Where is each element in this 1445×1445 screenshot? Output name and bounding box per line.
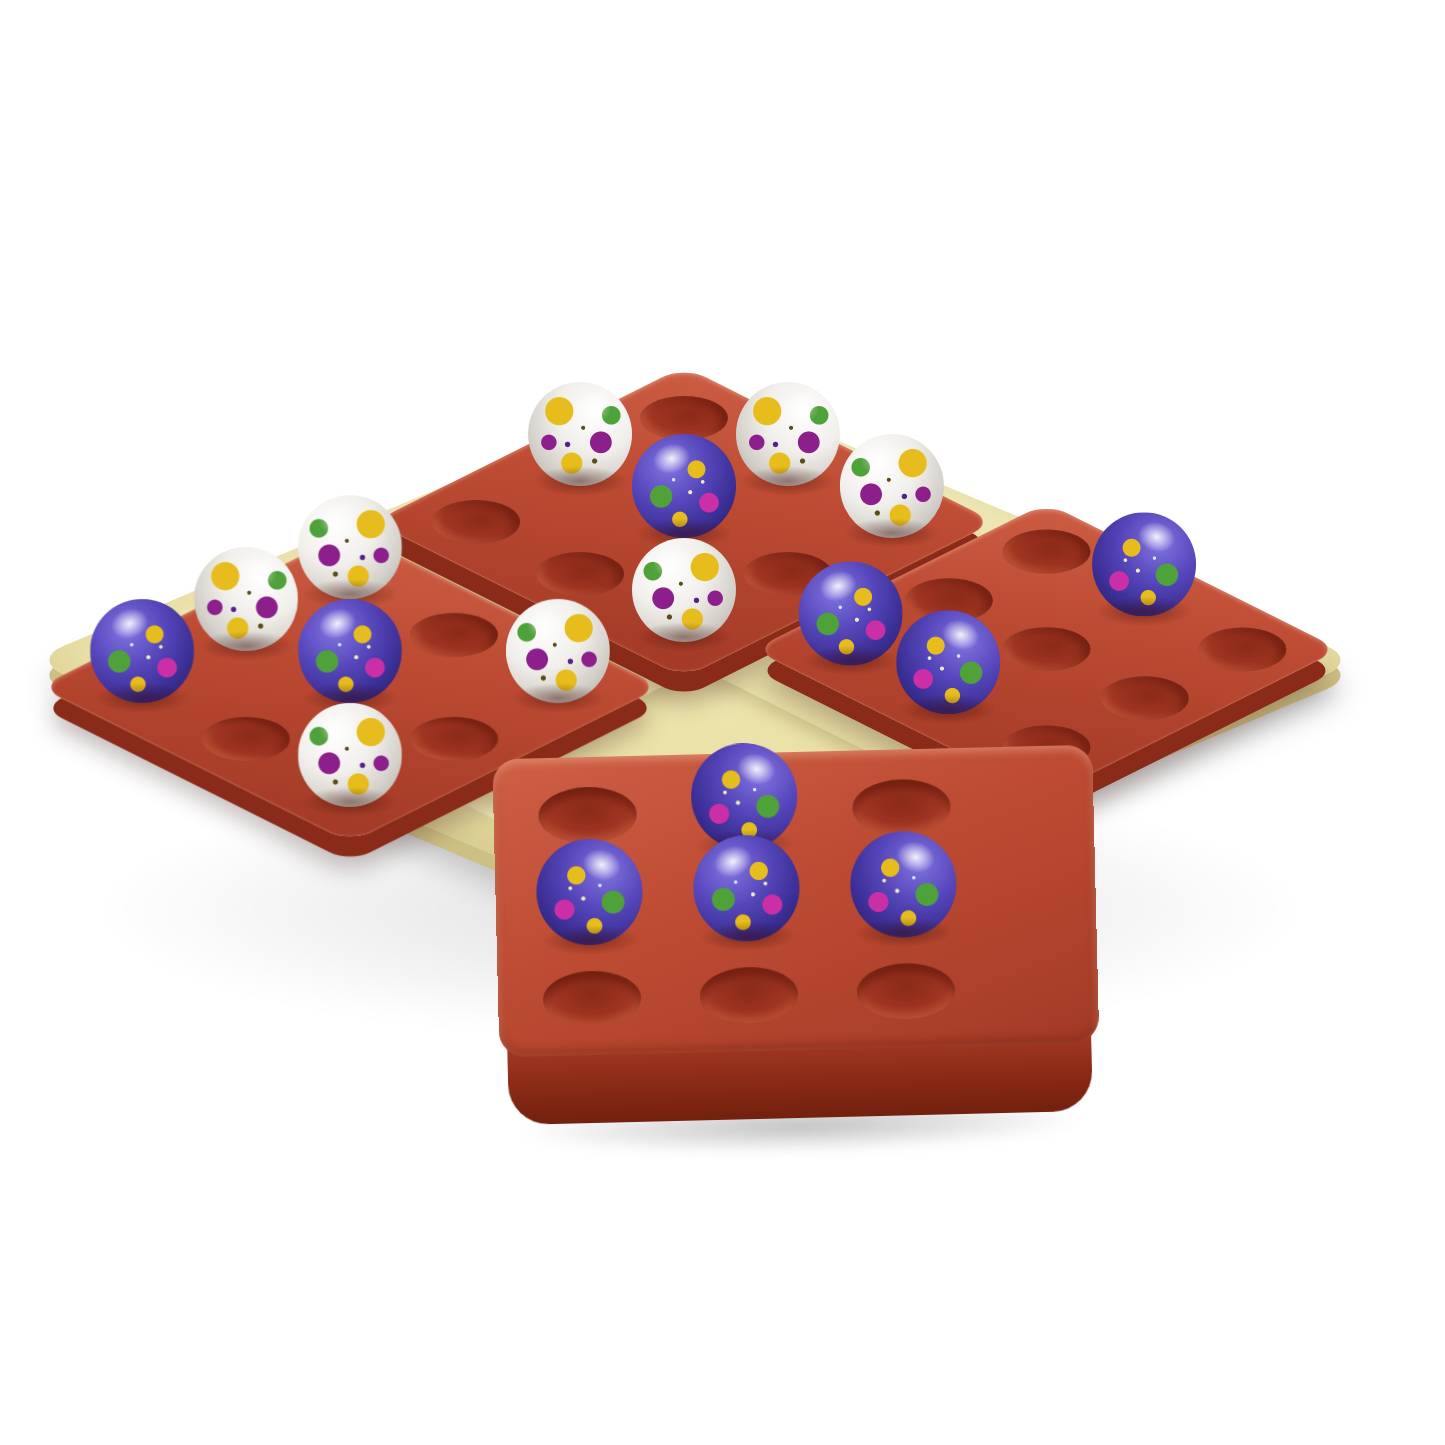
marble-purple[interactable]	[298, 599, 402, 703]
dimple-empty[interactable]	[851, 778, 950, 836]
marble-white[interactable]	[298, 495, 402, 599]
marble-white[interactable]	[298, 703, 402, 807]
dimple-empty[interactable]	[984, 618, 1108, 680]
marble-purple[interactable]	[692, 834, 801, 943]
dimple-empty[interactable]	[1082, 667, 1206, 729]
marble-purple[interactable]	[799, 561, 903, 665]
marble-white[interactable]	[505, 599, 609, 703]
marble-white[interactable]	[839, 434, 943, 538]
front-quadrant-grid	[508, 760, 985, 1047]
dimple-empty[interactable]	[543, 970, 642, 1028]
dimple-empty[interactable]	[699, 966, 798, 1024]
marble-purple[interactable]	[849, 830, 958, 939]
cell-front_detached-r2c1	[670, 947, 829, 1043]
pentago-board-photo	[0, 0, 1445, 1445]
cell-front_detached-r1c1	[667, 855, 826, 951]
quadrant-front-detached[interactable]	[492, 745, 1102, 1160]
cell-front_detached-r2c0	[513, 951, 672, 1047]
marble-white[interactable]	[736, 382, 840, 486]
marble-purple[interactable]	[897, 610, 1001, 714]
dimple-empty[interactable]	[184, 708, 308, 770]
marble-white[interactable]	[632, 538, 736, 642]
dimple-empty[interactable]	[1180, 618, 1304, 680]
dimple-empty[interactable]	[856, 962, 955, 1020]
quadrant-right-wrap	[839, 546, 1254, 754]
dimple-empty[interactable]	[391, 604, 515, 666]
dimple-empty[interactable]	[414, 491, 538, 553]
marble-purple[interactable]	[632, 434, 736, 538]
marble-purple[interactable]	[91, 599, 195, 703]
marble-white[interactable]	[528, 382, 632, 486]
dimple-empty[interactable]	[984, 521, 1108, 583]
dimple-empty[interactable]	[538, 786, 637, 844]
marble-white[interactable]	[194, 547, 298, 651]
cell-front_detached-r2c2	[826, 943, 985, 1039]
front-quadrant-face	[492, 745, 1099, 1058]
marble-purple[interactable]	[1092, 513, 1196, 617]
cell-front_detached-r1c0	[511, 859, 670, 955]
cell-front_detached-r1c2	[824, 851, 983, 947]
